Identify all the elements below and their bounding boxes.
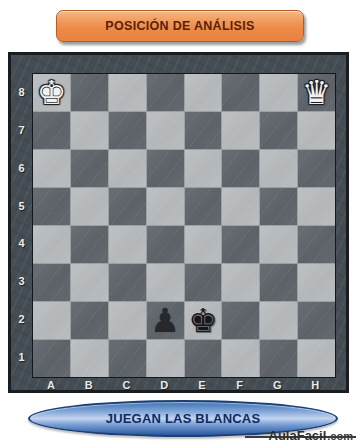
square-c3 xyxy=(109,264,146,301)
square-f8 xyxy=(222,74,259,111)
square-e2: ♚ xyxy=(185,302,222,339)
site-credit-suffix: .com xyxy=(327,430,353,442)
square-e7 xyxy=(185,112,222,149)
square-h4 xyxy=(298,226,335,263)
square-c4 xyxy=(109,226,146,263)
square-h7 xyxy=(298,112,335,149)
square-g1 xyxy=(260,340,297,377)
square-c2 xyxy=(109,302,146,339)
rank-label-7: 7 xyxy=(11,111,32,149)
rank-labels: 87654321 xyxy=(11,73,32,376)
square-d2: ♟ xyxy=(147,302,184,339)
square-h6 xyxy=(298,150,335,187)
position-title-banner: POSICIÓN DE ANÁLISIS xyxy=(56,10,304,42)
file-label-e: E xyxy=(183,377,221,393)
square-e5 xyxy=(185,188,222,225)
square-e4 xyxy=(185,226,222,263)
square-h2 xyxy=(298,302,335,339)
square-c5 xyxy=(109,188,146,225)
square-d3 xyxy=(147,264,184,301)
square-b1 xyxy=(71,340,108,377)
rank-label-1: 1 xyxy=(11,338,32,376)
square-c7 xyxy=(109,112,146,149)
square-b7 xyxy=(71,112,108,149)
file-labels: ABCDEFGH xyxy=(32,377,334,393)
square-b4 xyxy=(71,226,108,263)
square-a7 xyxy=(33,112,70,149)
square-a8: ♚ xyxy=(33,74,70,111)
square-a6 xyxy=(33,150,70,187)
square-a5 xyxy=(33,188,70,225)
square-g7 xyxy=(260,112,297,149)
square-g3 xyxy=(260,264,297,301)
square-h8: ♛ xyxy=(298,74,335,111)
square-f1 xyxy=(222,340,259,377)
square-g6 xyxy=(260,150,297,187)
rank-label-2: 2 xyxy=(11,300,32,338)
file-label-g: G xyxy=(259,377,297,393)
white-queen: ♛ xyxy=(302,76,332,109)
square-g2 xyxy=(260,302,297,339)
square-f2 xyxy=(222,302,259,339)
square-b6 xyxy=(71,150,108,187)
square-d5 xyxy=(147,188,184,225)
square-e6 xyxy=(185,150,222,187)
rank-label-4: 4 xyxy=(11,225,32,263)
white-king: ♚ xyxy=(37,76,67,109)
square-f5 xyxy=(222,188,259,225)
square-a3 xyxy=(33,264,70,301)
black-pawn: ♟ xyxy=(150,304,180,337)
black-king: ♚ xyxy=(188,304,218,337)
file-label-a: A xyxy=(32,377,70,393)
file-label-h: H xyxy=(296,377,334,393)
square-f6 xyxy=(222,150,259,187)
chess-board-frame: ♚♛♟♚ 87654321 ABCDEFGH xyxy=(8,52,349,393)
square-d6 xyxy=(147,150,184,187)
file-label-d: D xyxy=(145,377,183,393)
square-g8 xyxy=(260,74,297,111)
square-c1 xyxy=(109,340,146,377)
square-b3 xyxy=(71,264,108,301)
square-d1 xyxy=(147,340,184,377)
square-b2 xyxy=(71,302,108,339)
rank-label-8: 8 xyxy=(11,73,32,111)
square-c6 xyxy=(109,150,146,187)
site-credit-name: AulaFacil xyxy=(269,428,327,443)
square-d4 xyxy=(147,226,184,263)
square-b5 xyxy=(71,188,108,225)
square-h1 xyxy=(298,340,335,377)
site-credit: AulaFacil .com xyxy=(269,428,353,444)
square-f4 xyxy=(222,226,259,263)
file-label-c: C xyxy=(108,377,146,393)
rank-label-6: 6 xyxy=(11,149,32,187)
square-c8 xyxy=(109,74,146,111)
square-b8 xyxy=(71,74,108,111)
analysis-diagram: POSICIÓN DE ANÁLISIS ♚♛♟♚ 87654321 ABCDE… xyxy=(0,0,356,445)
square-f7 xyxy=(222,112,259,149)
file-label-b: B xyxy=(70,377,108,393)
square-d8 xyxy=(147,74,184,111)
position-title-label: POSICIÓN DE ANÁLISIS xyxy=(105,19,254,33)
chess-board: ♚♛♟♚ xyxy=(32,73,336,378)
square-e8 xyxy=(185,74,222,111)
turn-indicator-label: JUEGAN LAS BLANCAS xyxy=(106,411,261,426)
square-h5 xyxy=(298,188,335,225)
square-a4 xyxy=(33,226,70,263)
square-d7 xyxy=(147,112,184,149)
rank-label-5: 5 xyxy=(11,187,32,225)
square-g4 xyxy=(260,226,297,263)
square-e3 xyxy=(185,264,222,301)
square-a1 xyxy=(33,340,70,377)
square-a2 xyxy=(33,302,70,339)
square-g5 xyxy=(260,188,297,225)
square-e1 xyxy=(185,340,222,377)
square-h3 xyxy=(298,264,335,301)
rank-label-3: 3 xyxy=(11,262,32,300)
file-label-f: F xyxy=(221,377,259,393)
square-f3 xyxy=(222,264,259,301)
